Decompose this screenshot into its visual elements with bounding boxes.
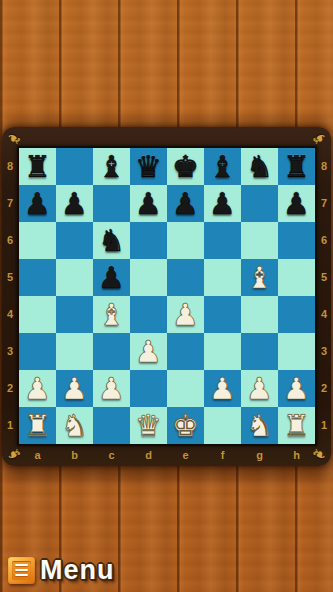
file-label-e: e	[167, 445, 204, 465]
rank-label-5: 5	[3, 259, 17, 296]
square-b3[interactable]	[56, 333, 93, 370]
board-frame: ❧ ❧ ❧ ❧ ♜♝♛♚♝♞♜♟♟♟♟♟♟♞♟♝♝♟♟♟♟♟♟♟♟♜♞♛♚♞♜ …	[2, 127, 331, 466]
black-pawn[interactable]: ♟	[24, 185, 51, 222]
square-d3[interactable]: ♟	[130, 333, 167, 370]
square-b6[interactable]	[56, 222, 93, 259]
square-c4[interactable]: ♝	[93, 296, 130, 333]
square-b4[interactable]	[56, 296, 93, 333]
white-knight[interactable]: ♞	[61, 407, 88, 444]
square-h2[interactable]: ♟	[278, 370, 315, 407]
rank-label-6: 6	[3, 222, 17, 259]
rank-label-3: 3	[317, 333, 331, 370]
black-rook[interactable]: ♜	[24, 148, 51, 185]
square-f6[interactable]	[204, 222, 241, 259]
menu-icon-bar	[15, 564, 28, 566]
rank-label-1: 1	[3, 407, 17, 444]
black-pawn[interactable]: ♟	[283, 185, 310, 222]
rank-label-8: 8	[3, 148, 17, 185]
white-pawn[interactable]: ♟	[135, 333, 162, 370]
square-e8[interactable]: ♚	[167, 148, 204, 185]
rank-label-6: 6	[317, 222, 331, 259]
file-label-f: f	[204, 445, 241, 465]
white-pawn[interactable]: ♟	[61, 370, 88, 407]
square-a5[interactable]	[19, 259, 56, 296]
rank-label-3: 3	[3, 333, 17, 370]
square-f8[interactable]: ♝	[204, 148, 241, 185]
square-a8[interactable]: ♜	[19, 148, 56, 185]
file-label-c: c	[93, 445, 130, 465]
square-h7[interactable]: ♟	[278, 185, 315, 222]
square-g8[interactable]: ♞	[241, 148, 278, 185]
rank-label-5: 5	[317, 259, 331, 296]
square-c5[interactable]: ♟	[93, 259, 130, 296]
square-g6[interactable]	[241, 222, 278, 259]
square-c6[interactable]: ♞	[93, 222, 130, 259]
black-king[interactable]: ♚	[172, 148, 199, 185]
white-bishop[interactable]: ♝	[246, 259, 273, 296]
square-e2[interactable]	[167, 370, 204, 407]
rank-label-7: 7	[3, 185, 17, 222]
square-d5[interactable]	[130, 259, 167, 296]
white-pawn[interactable]: ♟	[283, 370, 310, 407]
wood-background: ❧ ❧ ❧ ❧ ♜♝♛♚♝♞♜♟♟♟♟♟♟♞♟♝♝♟♟♟♟♟♟♟♟♜♞♛♚♞♜ …	[0, 0, 333, 592]
square-f1[interactable]	[204, 407, 241, 444]
square-c3[interactable]	[93, 333, 130, 370]
rank-label-2: 2	[317, 370, 331, 407]
rank-label-4: 4	[317, 296, 331, 333]
square-h3[interactable]	[278, 333, 315, 370]
square-h8[interactable]: ♜	[278, 148, 315, 185]
white-pawn[interactable]: ♟	[24, 370, 51, 407]
black-pawn[interactable]: ♟	[135, 185, 162, 222]
square-g7[interactable]	[241, 185, 278, 222]
chess-board: ♜♝♛♚♝♞♜♟♟♟♟♟♟♞♟♝♝♟♟♟♟♟♟♟♟♜♞♛♚♞♜	[19, 148, 315, 444]
square-b7[interactable]: ♟	[56, 185, 93, 222]
white-rook[interactable]: ♜	[283, 407, 310, 444]
square-b5[interactable]	[56, 259, 93, 296]
square-d7[interactable]: ♟	[130, 185, 167, 222]
square-b1[interactable]: ♞	[56, 407, 93, 444]
white-queen[interactable]: ♛	[135, 407, 162, 444]
white-pawn[interactable]: ♟	[246, 370, 273, 407]
square-b8[interactable]	[56, 148, 93, 185]
file-label-a: a	[19, 445, 56, 465]
square-e1[interactable]: ♚	[167, 407, 204, 444]
square-d1[interactable]: ♛	[130, 407, 167, 444]
board-bezel: ♜♝♛♚♝♞♜♟♟♟♟♟♟♞♟♝♝♟♟♟♟♟♟♟♟♜♞♛♚♞♜	[17, 146, 317, 446]
square-e3[interactable]	[167, 333, 204, 370]
menu-icon-bar	[15, 569, 28, 571]
black-knight[interactable]: ♞	[98, 222, 125, 259]
black-bishop[interactable]: ♝	[98, 148, 125, 185]
white-knight[interactable]: ♞	[246, 407, 273, 444]
square-c7[interactable]	[93, 185, 130, 222]
square-f5[interactable]	[204, 259, 241, 296]
black-rook[interactable]: ♜	[283, 148, 310, 185]
black-bishop[interactable]: ♝	[209, 148, 236, 185]
square-g2[interactable]: ♟	[241, 370, 278, 407]
square-f4[interactable]	[204, 296, 241, 333]
rank-label-7: 7	[317, 185, 331, 222]
file-label-b: b	[56, 445, 93, 465]
white-rook[interactable]: ♜	[24, 407, 51, 444]
square-h6[interactable]	[278, 222, 315, 259]
square-c2[interactable]: ♟	[93, 370, 130, 407]
square-d4[interactable]	[130, 296, 167, 333]
square-a3[interactable]	[19, 333, 56, 370]
rank-label-2: 2	[3, 370, 17, 407]
menu-button-label: Menu	[40, 555, 115, 586]
white-bishop[interactable]: ♝	[98, 296, 125, 333]
square-g5[interactable]: ♝	[241, 259, 278, 296]
square-g1[interactable]: ♞	[241, 407, 278, 444]
square-a2[interactable]: ♟	[19, 370, 56, 407]
white-pawn[interactable]: ♟	[172, 296, 199, 333]
square-e4[interactable]: ♟	[167, 296, 204, 333]
square-f2[interactable]: ♟	[204, 370, 241, 407]
black-pawn[interactable]: ♟	[172, 185, 199, 222]
rank-label-8: 8	[317, 148, 331, 185]
square-a6[interactable]	[19, 222, 56, 259]
black-queen[interactable]: ♛	[135, 148, 162, 185]
square-f7[interactable]: ♟	[204, 185, 241, 222]
white-king[interactable]: ♚	[172, 407, 199, 444]
square-h1[interactable]: ♜	[278, 407, 315, 444]
square-a4[interactable]	[19, 296, 56, 333]
square-g3[interactable]	[241, 333, 278, 370]
file-label-h: h	[278, 445, 315, 465]
menu-button[interactable]: Menu	[8, 554, 115, 586]
square-a1[interactable]: ♜	[19, 407, 56, 444]
black-knight[interactable]: ♞	[246, 148, 273, 185]
square-c1[interactable]	[93, 407, 130, 444]
square-h5[interactable]	[278, 259, 315, 296]
square-h4[interactable]	[278, 296, 315, 333]
black-pawn[interactable]: ♟	[98, 259, 125, 296]
file-label-d: d	[130, 445, 167, 465]
rank-label-4: 4	[3, 296, 17, 333]
square-g4[interactable]	[241, 296, 278, 333]
square-c8[interactable]: ♝	[93, 148, 130, 185]
square-e7[interactable]: ♟	[167, 185, 204, 222]
square-e6[interactable]	[167, 222, 204, 259]
menu-icon-inner	[12, 561, 31, 580]
file-label-g: g	[241, 445, 278, 465]
rank-label-1: 1	[317, 407, 331, 444]
square-e5[interactable]	[167, 259, 204, 296]
square-d8[interactable]: ♛	[130, 148, 167, 185]
black-pawn[interactable]: ♟	[61, 185, 88, 222]
square-a7[interactable]: ♟	[19, 185, 56, 222]
menu-icon	[8, 557, 35, 584]
black-pawn[interactable]: ♟	[209, 185, 236, 222]
square-f3[interactable]	[204, 333, 241, 370]
menu-icon-bar	[15, 574, 28, 576]
white-pawn[interactable]: ♟	[98, 370, 125, 407]
square-b2[interactable]: ♟	[56, 370, 93, 407]
square-d6[interactable]	[130, 222, 167, 259]
square-d2[interactable]	[130, 370, 167, 407]
white-pawn[interactable]: ♟	[209, 370, 236, 407]
